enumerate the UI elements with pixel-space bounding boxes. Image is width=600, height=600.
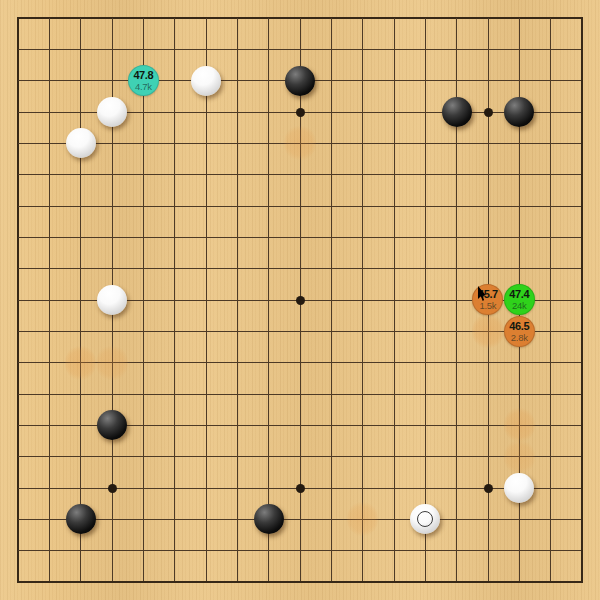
board-point[interactable]: [535, 34, 566, 65]
board-point[interactable]: [504, 535, 535, 566]
board-point[interactable]: [2, 34, 33, 65]
board-point[interactable]: [222, 128, 253, 159]
board-point[interactable]: [504, 96, 535, 127]
board-point[interactable]: [535, 190, 566, 221]
board-point[interactable]: [96, 253, 127, 284]
board-point[interactable]: [34, 378, 65, 409]
board-point[interactable]: [159, 159, 190, 190]
board-point[interactable]: [566, 566, 597, 597]
board-point[interactable]: [566, 65, 597, 96]
board-point[interactable]: [65, 96, 96, 127]
board-point[interactable]: [128, 159, 159, 190]
board-point[interactable]: [96, 316, 127, 347]
board-point[interactable]: [65, 472, 96, 503]
board-point[interactable]: [284, 128, 315, 159]
board-point[interactable]: 45.71.5k: [472, 284, 503, 315]
board-point[interactable]: [410, 128, 441, 159]
board-point[interactable]: [253, 159, 284, 190]
board-point[interactable]: [128, 504, 159, 535]
board-point[interactable]: [472, 34, 503, 65]
board-point[interactable]: [34, 222, 65, 253]
board-point[interactable]: [222, 410, 253, 441]
board-point[interactable]: [441, 96, 472, 127]
board-point[interactable]: [316, 472, 347, 503]
board-point[interactable]: [65, 504, 96, 535]
board-point[interactable]: [190, 378, 221, 409]
board-point[interactable]: [128, 190, 159, 221]
board-point[interactable]: [2, 253, 33, 284]
board-point[interactable]: [316, 378, 347, 409]
board-point[interactable]: [441, 222, 472, 253]
board-point[interactable]: [128, 441, 159, 472]
board-point[interactable]: [472, 535, 503, 566]
board-point[interactable]: [65, 190, 96, 221]
board-point[interactable]: [566, 34, 597, 65]
board-point[interactable]: [159, 504, 190, 535]
board-point[interactable]: [190, 2, 221, 33]
board-point[interactable]: [535, 472, 566, 503]
board-point[interactable]: [190, 441, 221, 472]
board-point[interactable]: [472, 159, 503, 190]
board-point[interactable]: [96, 222, 127, 253]
board-point[interactable]: [284, 159, 315, 190]
board-point[interactable]: [535, 284, 566, 315]
board-point[interactable]: [2, 284, 33, 315]
board-point[interactable]: [284, 378, 315, 409]
board-point[interactable]: [472, 65, 503, 96]
board-point[interactable]: [2, 566, 33, 597]
board-point[interactable]: [253, 2, 284, 33]
board-point[interactable]: [347, 222, 378, 253]
board-point[interactable]: [128, 96, 159, 127]
board-point[interactable]: [222, 347, 253, 378]
board-point[interactable]: [316, 284, 347, 315]
board-point[interactable]: [535, 347, 566, 378]
board-point[interactable]: [347, 410, 378, 441]
board-point[interactable]: [222, 472, 253, 503]
board-point[interactable]: [253, 504, 284, 535]
board-point[interactable]: [190, 316, 221, 347]
board-point[interactable]: [441, 410, 472, 441]
board-point[interactable]: [96, 441, 127, 472]
board-point[interactable]: [65, 535, 96, 566]
board-point[interactable]: [535, 378, 566, 409]
board-point[interactable]: [159, 253, 190, 284]
board-point[interactable]: [2, 159, 33, 190]
board-point[interactable]: [2, 222, 33, 253]
board-point[interactable]: [410, 347, 441, 378]
board-point[interactable]: [34, 347, 65, 378]
board-point[interactable]: [472, 566, 503, 597]
board-point[interactable]: [441, 190, 472, 221]
board-point[interactable]: [566, 410, 597, 441]
board-point[interactable]: [410, 378, 441, 409]
board-point[interactable]: [190, 65, 221, 96]
board-point[interactable]: [284, 284, 315, 315]
go-board[interactable]: 47.84.7k45.71.5k47.424k46.52.8k: [0, 0, 600, 600]
board-point[interactable]: [190, 410, 221, 441]
board-point[interactable]: [128, 222, 159, 253]
board-point[interactable]: [378, 222, 409, 253]
board-point[interactable]: [253, 316, 284, 347]
board-point[interactable]: [347, 190, 378, 221]
board-point[interactable]: [410, 410, 441, 441]
board-point[interactable]: [34, 128, 65, 159]
board-point[interactable]: [441, 34, 472, 65]
board-point[interactable]: [65, 441, 96, 472]
board-point[interactable]: [284, 347, 315, 378]
board-point[interactable]: [34, 472, 65, 503]
board-point[interactable]: [316, 34, 347, 65]
board-point[interactable]: [96, 410, 127, 441]
candidate-move-marker[interactable]: 47.84.7k: [128, 65, 159, 96]
board-point[interactable]: [190, 222, 221, 253]
board-point[interactable]: [222, 65, 253, 96]
board-point[interactable]: [316, 222, 347, 253]
board-point[interactable]: [65, 159, 96, 190]
board-point[interactable]: [441, 472, 472, 503]
board-point[interactable]: [566, 378, 597, 409]
board-point[interactable]: [2, 535, 33, 566]
board-point[interactable]: [504, 253, 535, 284]
board-point[interactable]: [378, 378, 409, 409]
board-point[interactable]: 46.52.8k: [504, 316, 535, 347]
board-point[interactable]: [378, 2, 409, 33]
board-point[interactable]: [159, 34, 190, 65]
board-point[interactable]: [128, 472, 159, 503]
board-point[interactable]: [190, 253, 221, 284]
board-point[interactable]: [504, 504, 535, 535]
board-point[interactable]: [378, 566, 409, 597]
board-point[interactable]: [284, 410, 315, 441]
board-point[interactable]: [441, 284, 472, 315]
board-point[interactable]: [65, 2, 96, 33]
board-point[interactable]: [253, 96, 284, 127]
board-point[interactable]: [472, 253, 503, 284]
board-point[interactable]: [190, 190, 221, 221]
candidate-move-marker[interactable]: 46.52.8k: [504, 316, 535, 347]
board-point[interactable]: [284, 253, 315, 284]
board-point[interactable]: [535, 222, 566, 253]
board-point[interactable]: [2, 441, 33, 472]
board-point[interactable]: [65, 253, 96, 284]
board-point[interactable]: [2, 96, 33, 127]
board-point[interactable]: [222, 566, 253, 597]
board-point[interactable]: [347, 566, 378, 597]
board-point[interactable]: [65, 128, 96, 159]
board-point[interactable]: [190, 566, 221, 597]
board-point[interactable]: [410, 34, 441, 65]
board-point[interactable]: [378, 34, 409, 65]
board-point[interactable]: [535, 96, 566, 127]
board-point[interactable]: [128, 253, 159, 284]
board-point[interactable]: [222, 222, 253, 253]
board-point[interactable]: [190, 504, 221, 535]
candidate-move-marker[interactable]: 47.424k: [504, 284, 535, 315]
board-point[interactable]: [566, 535, 597, 566]
board-point[interactable]: [65, 34, 96, 65]
board-point[interactable]: [34, 253, 65, 284]
board-point[interactable]: [410, 284, 441, 315]
board-point[interactable]: [222, 535, 253, 566]
board-point[interactable]: [284, 504, 315, 535]
board-point[interactable]: [504, 159, 535, 190]
board-point[interactable]: [504, 347, 535, 378]
board-point[interactable]: [378, 535, 409, 566]
board-point[interactable]: [535, 2, 566, 33]
board-point[interactable]: [159, 378, 190, 409]
board-point[interactable]: [253, 347, 284, 378]
board-point[interactable]: [316, 2, 347, 33]
board-point[interactable]: [96, 2, 127, 33]
board-point[interactable]: [190, 347, 221, 378]
board-point[interactable]: [566, 190, 597, 221]
board-point[interactable]: [65, 284, 96, 315]
board-point[interactable]: [96, 284, 127, 315]
board-point[interactable]: [410, 316, 441, 347]
board-point[interactable]: [65, 65, 96, 96]
board-point[interactable]: [96, 65, 127, 96]
board-point[interactable]: [535, 159, 566, 190]
board-point[interactable]: [316, 96, 347, 127]
board-point[interactable]: [34, 2, 65, 33]
board-point[interactable]: [284, 535, 315, 566]
board-point[interactable]: [159, 566, 190, 597]
board-point[interactable]: [253, 378, 284, 409]
board-point[interactable]: [34, 34, 65, 65]
board-point[interactable]: [96, 190, 127, 221]
board-point[interactable]: [253, 65, 284, 96]
board-point[interactable]: [190, 472, 221, 503]
board-point[interactable]: [34, 96, 65, 127]
board-point[interactable]: [347, 96, 378, 127]
board-point[interactable]: [96, 34, 127, 65]
board-point[interactable]: [190, 128, 221, 159]
board-point[interactable]: [472, 128, 503, 159]
board-point[interactable]: [378, 441, 409, 472]
board-point[interactable]: [65, 222, 96, 253]
board-point[interactable]: [128, 347, 159, 378]
board-point[interactable]: [378, 190, 409, 221]
board-point[interactable]: [347, 472, 378, 503]
board-point[interactable]: [128, 535, 159, 566]
board-point[interactable]: [190, 96, 221, 127]
board-point[interactable]: [410, 222, 441, 253]
board-point[interactable]: [441, 441, 472, 472]
board-point[interactable]: [253, 472, 284, 503]
board-point[interactable]: [34, 159, 65, 190]
board-point[interactable]: [316, 253, 347, 284]
board-point[interactable]: [190, 284, 221, 315]
board-point[interactable]: [128, 378, 159, 409]
board-point[interactable]: [566, 316, 597, 347]
board-point[interactable]: [34, 410, 65, 441]
board-point[interactable]: [441, 2, 472, 33]
board-point[interactable]: [566, 2, 597, 33]
board-point[interactable]: [34, 441, 65, 472]
board-point[interactable]: [2, 378, 33, 409]
board-point[interactable]: [378, 65, 409, 96]
board-point[interactable]: [347, 535, 378, 566]
board-point[interactable]: [2, 316, 33, 347]
board-point[interactable]: [472, 96, 503, 127]
board-point[interactable]: [378, 96, 409, 127]
board-point[interactable]: [253, 222, 284, 253]
board-point[interactable]: [253, 441, 284, 472]
board-point[interactable]: [535, 410, 566, 441]
board-point[interactable]: [34, 566, 65, 597]
board-point[interactable]: [284, 222, 315, 253]
board-point[interactable]: [2, 128, 33, 159]
board-point[interactable]: [504, 128, 535, 159]
board-point[interactable]: [472, 378, 503, 409]
board-point[interactable]: [190, 535, 221, 566]
board-point[interactable]: [566, 284, 597, 315]
board-point[interactable]: [96, 128, 127, 159]
board-point[interactable]: 47.424k: [504, 284, 535, 315]
board-point[interactable]: [378, 347, 409, 378]
board-point[interactable]: [2, 347, 33, 378]
board-point[interactable]: [96, 159, 127, 190]
board-point[interactable]: [65, 316, 96, 347]
board-point[interactable]: [410, 159, 441, 190]
board-point[interactable]: [159, 316, 190, 347]
board-point[interactable]: [316, 441, 347, 472]
board-point[interactable]: [128, 2, 159, 33]
board-point[interactable]: [378, 253, 409, 284]
board-point[interactable]: [159, 128, 190, 159]
board-point[interactable]: [159, 284, 190, 315]
board-point[interactable]: [566, 222, 597, 253]
board-point[interactable]: [347, 159, 378, 190]
board-point[interactable]: [284, 566, 315, 597]
board-point[interactable]: [441, 378, 472, 409]
board-point[interactable]: [566, 504, 597, 535]
board-point[interactable]: [65, 378, 96, 409]
board-point[interactable]: [128, 284, 159, 315]
board-point[interactable]: [284, 34, 315, 65]
board-point[interactable]: [284, 2, 315, 33]
board-point[interactable]: [253, 410, 284, 441]
board-point[interactable]: [128, 410, 159, 441]
board-point[interactable]: [472, 410, 503, 441]
board-point[interactable]: [441, 253, 472, 284]
board-point[interactable]: [2, 190, 33, 221]
board-point[interactable]: [472, 190, 503, 221]
board-point[interactable]: [504, 566, 535, 597]
board-point[interactable]: [65, 347, 96, 378]
board-point[interactable]: [159, 347, 190, 378]
board-point[interactable]: [566, 472, 597, 503]
board-point[interactable]: [34, 535, 65, 566]
board-point[interactable]: [504, 441, 535, 472]
board-point[interactable]: [566, 128, 597, 159]
board-point[interactable]: [535, 441, 566, 472]
board-point[interactable]: [253, 34, 284, 65]
board-point[interactable]: [566, 253, 597, 284]
board-point[interactable]: [566, 96, 597, 127]
board-point[interactable]: [222, 2, 253, 33]
board-point[interactable]: [34, 65, 65, 96]
board-point[interactable]: [378, 472, 409, 503]
board-point[interactable]: [316, 504, 347, 535]
board-point[interactable]: [284, 190, 315, 221]
board-point[interactable]: [410, 253, 441, 284]
board-point[interactable]: [222, 96, 253, 127]
board-point[interactable]: [159, 65, 190, 96]
board-point[interactable]: [347, 316, 378, 347]
board-point[interactable]: [566, 159, 597, 190]
board-point[interactable]: [347, 441, 378, 472]
board-point[interactable]: [472, 441, 503, 472]
board-point[interactable]: [347, 504, 378, 535]
board-point[interactable]: [347, 284, 378, 315]
board-point[interactable]: [34, 316, 65, 347]
board-point[interactable]: [410, 472, 441, 503]
board-point[interactable]: [472, 504, 503, 535]
board-point[interactable]: [410, 566, 441, 597]
board-point[interactable]: [222, 441, 253, 472]
board-point[interactable]: [222, 316, 253, 347]
board-point[interactable]: [222, 504, 253, 535]
board-point[interactable]: [316, 316, 347, 347]
board-point[interactable]: [378, 504, 409, 535]
board-point[interactable]: [535, 253, 566, 284]
board-point[interactable]: [441, 566, 472, 597]
board-point[interactable]: [159, 472, 190, 503]
board-point[interactable]: [96, 472, 127, 503]
board-point[interactable]: [190, 159, 221, 190]
board-point[interactable]: [316, 347, 347, 378]
board-point[interactable]: [159, 190, 190, 221]
board-point[interactable]: [347, 34, 378, 65]
board-point[interactable]: [347, 253, 378, 284]
board-point[interactable]: [504, 222, 535, 253]
board-point[interactable]: [504, 472, 535, 503]
board-point[interactable]: [504, 2, 535, 33]
board-point[interactable]: [535, 128, 566, 159]
board-point[interactable]: [2, 504, 33, 535]
board-point[interactable]: [472, 316, 503, 347]
board-point[interactable]: [284, 472, 315, 503]
board-point[interactable]: [316, 128, 347, 159]
board-point[interactable]: [535, 65, 566, 96]
board-point[interactable]: [128, 34, 159, 65]
board-point[interactable]: [284, 65, 315, 96]
board-point[interactable]: [222, 34, 253, 65]
board-point[interactable]: [472, 472, 503, 503]
board-point[interactable]: [284, 316, 315, 347]
candidate-move-marker[interactable]: 45.71.5k: [472, 284, 503, 315]
board-point[interactable]: [316, 190, 347, 221]
board-point[interactable]: [504, 190, 535, 221]
board-point[interactable]: [2, 65, 33, 96]
board-point[interactable]: [535, 504, 566, 535]
board-point[interactable]: [253, 535, 284, 566]
board-point[interactable]: [65, 410, 96, 441]
board-point[interactable]: [441, 504, 472, 535]
board-point[interactable]: [253, 566, 284, 597]
board-point[interactable]: [441, 128, 472, 159]
board-point[interactable]: [347, 378, 378, 409]
board-point[interactable]: [535, 535, 566, 566]
board-point[interactable]: [566, 441, 597, 472]
board-point[interactable]: [472, 222, 503, 253]
board-point[interactable]: [441, 316, 472, 347]
board-point[interactable]: [222, 190, 253, 221]
board-point[interactable]: 47.84.7k: [128, 65, 159, 96]
board-point[interactable]: [128, 316, 159, 347]
